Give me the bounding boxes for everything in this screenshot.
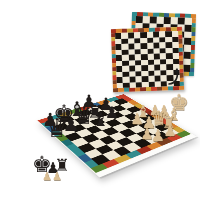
- pieces-layer: ♟♟♚♟♝♟♝♜♟♝♚♟♛♛♟♝♟♜♟♟♛♟♟♜♚♟♟♟: [0, 0, 200, 200]
- chess-piece-wood-pawn[interactable]: ♟: [52, 171, 62, 182]
- chess-piece-wood-pawn[interactable]: ♟: [163, 124, 176, 139]
- chess-piece-black-bishop[interactable]: ♝: [92, 110, 109, 129]
- chess-piece-wood-pawn[interactable]: ♟: [151, 128, 165, 144]
- product-photo-scene: ♟♟♚♟♝♟♝♜♟♝♚♟♛♛♟♝♟♜♟♟♛♟♟♜♚♟♟♟: [0, 0, 200, 200]
- chess-piece-black-queen[interactable]: ♛: [45, 115, 68, 141]
- chess-piece-wood-pawn[interactable]: ♟: [42, 171, 52, 182]
